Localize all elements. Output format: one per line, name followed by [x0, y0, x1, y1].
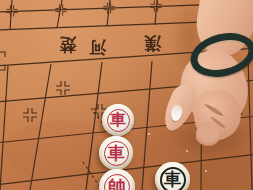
piece-red-chariot-upper[interactable]: 車 — [102, 104, 134, 136]
dust-speck — [186, 150, 188, 152]
river-char-han: 漢 — [142, 33, 164, 55]
red-chariot-glyph: 車 — [110, 112, 126, 128]
xiangqi-photo-frame: 楚 河 漢 車 車 帥 車 — [0, 0, 253, 190]
red-general-glyph: 帥 — [108, 178, 126, 190]
dust-speck — [205, 170, 207, 172]
red-chariot-glyph: 車 — [108, 145, 125, 162]
river-char-he: 河 — [87, 37, 109, 59]
black-chariot-glyph: 車 — [164, 171, 181, 188]
piece-black-chariot[interactable]: 車 — [155, 162, 190, 190]
river-char-chu: 楚 — [57, 34, 79, 56]
dust-speck — [148, 133, 150, 135]
piece-red-chariot-lower[interactable]: 車 — [99, 136, 133, 170]
